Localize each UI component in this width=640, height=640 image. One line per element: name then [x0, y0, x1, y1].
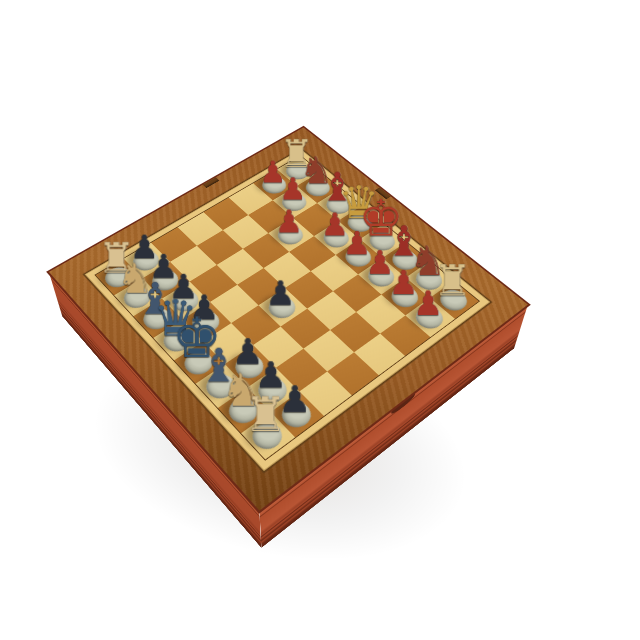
- scene-3d: ♜♟♞♟♝♛♟♟♚♟♝♟♟♞♜♟♟♜♞♟♟♟♝♟♛♚♟♝♟♞♟♜: [0, 0, 640, 640]
- chess-box-lid: ♜♟♞♟♝♛♟♟♚♟♝♟♟♞♜♟♟♜♞♟♟♟♝♟♛♚♟♝♟♞♟♜: [49, 127, 528, 510]
- white-rook-glyph: ♜: [236, 391, 295, 438]
- black-pawn-glyph: ♟: [401, 286, 454, 320]
- black-pawn-glyph: ♟: [264, 206, 314, 238]
- white-pawn-glyph: ♟: [254, 276, 307, 310]
- product-photo: ♜♟♞♟♝♛♟♟♚♟♝♟♟♞♜♟♟♜♞♟♟♟♝♟♛♚♟♝♟♞♟♜: [0, 0, 640, 640]
- black-pawn-glyph: ♟: [269, 174, 317, 205]
